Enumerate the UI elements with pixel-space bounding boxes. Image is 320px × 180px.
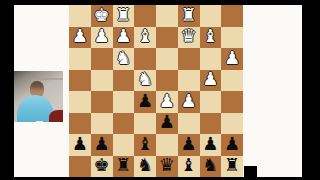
black-rook: ♜ <box>224 156 240 174</box>
square-d2 <box>156 27 178 49</box>
square-a6 <box>221 113 243 135</box>
square-a7: ♟ <box>221 134 243 156</box>
webcam-overlay <box>14 71 63 122</box>
square-h3 <box>69 48 91 70</box>
white-king: ♚ <box>94 6 110 24</box>
square-c8: ♝ <box>178 156 200 178</box>
white-bishop: ♝ <box>137 27 153 45</box>
square-f3: ♞ <box>113 48 135 70</box>
square-d3 <box>156 48 178 70</box>
square-h4 <box>69 70 91 92</box>
black-queen: ♛ <box>159 156 175 174</box>
black-rook: ♜ <box>115 156 131 174</box>
square-g8: ♚ <box>91 156 113 178</box>
square-e2: ♝ <box>134 27 156 49</box>
white-knight: ♞ <box>115 49 131 67</box>
video-frame: ♚♜♜♟♟♟♝♛♝♞♟♞♟♟♟♟♟♟♟♝♟♟♟♚♜♞♛♝♞♜ <box>0 0 320 180</box>
square-e5: ♟ <box>134 91 156 113</box>
square-e6 <box>134 113 156 135</box>
square-c3 <box>178 48 200 70</box>
black-bishop: ♝ <box>181 156 197 174</box>
square-b1 <box>200 5 222 27</box>
square-g1: ♚ <box>91 5 113 27</box>
square-d1 <box>156 5 178 27</box>
square-b7: ♟ <box>200 134 222 156</box>
square-b3 <box>200 48 222 70</box>
square-c5: ♟ <box>178 91 200 113</box>
square-c7: ♟ <box>178 134 200 156</box>
square-a8: ♜ <box>221 156 243 178</box>
square-e7: ♝ <box>134 134 156 156</box>
white-pawn: ♟ <box>94 27 110 45</box>
square-h8 <box>69 156 91 178</box>
square-f4 <box>113 70 135 92</box>
square-g5 <box>91 91 113 113</box>
black-pawn: ♟ <box>137 92 153 110</box>
black-pawn: ♟ <box>181 135 197 153</box>
black-pawn: ♟ <box>72 135 88 153</box>
square-c2: ♛ <box>178 27 200 49</box>
square-b5 <box>200 91 222 113</box>
black-king: ♚ <box>94 156 110 174</box>
square-f8: ♜ <box>113 156 135 178</box>
white-pawn: ♟ <box>181 92 197 110</box>
square-f2: ♟ <box>113 27 135 49</box>
square-d7 <box>156 134 178 156</box>
square-h7: ♟ <box>69 134 91 156</box>
square-f7 <box>113 134 135 156</box>
square-f6 <box>113 113 135 135</box>
square-a2 <box>221 27 243 49</box>
square-e3 <box>134 48 156 70</box>
white-queen: ♛ <box>181 27 197 45</box>
white-knight: ♞ <box>137 70 153 88</box>
white-pawn: ♟ <box>159 92 175 110</box>
square-a3: ♟ <box>221 48 243 70</box>
white-pawn: ♟ <box>224 49 240 67</box>
white-rook: ♜ <box>115 6 131 24</box>
letterbox-top <box>0 0 320 5</box>
square-d4 <box>156 70 178 92</box>
square-h1 <box>69 5 91 27</box>
square-b4: ♟ <box>200 70 222 92</box>
white-pawn: ♟ <box>202 70 218 88</box>
presenter-collar <box>36 121 43 122</box>
square-b8: ♞ <box>200 156 222 178</box>
square-f1: ♜ <box>113 5 135 27</box>
square-g2: ♟ <box>91 27 113 49</box>
letterbox-left <box>0 0 14 180</box>
square-e4: ♞ <box>134 70 156 92</box>
black-pawn: ♟ <box>94 135 110 153</box>
red-chair <box>49 110 63 122</box>
square-g4 <box>91 70 113 92</box>
square-c4 <box>178 70 200 92</box>
black-pawn: ♟ <box>202 135 218 153</box>
square-b6 <box>200 113 222 135</box>
square-e8: ♞ <box>134 156 156 178</box>
black-pawn: ♟ <box>224 135 240 153</box>
square-g7: ♟ <box>91 134 113 156</box>
square-d5: ♟ <box>156 91 178 113</box>
white-bishop: ♝ <box>202 27 218 45</box>
ceiling-line <box>34 78 63 80</box>
square-a5 <box>221 91 243 113</box>
square-d6: ♟ <box>156 113 178 135</box>
square-h5 <box>69 91 91 113</box>
square-h2: ♟ <box>69 27 91 49</box>
square-d8: ♛ <box>156 156 178 178</box>
square-g3 <box>91 48 113 70</box>
black-knight: ♞ <box>137 156 153 174</box>
square-f5 <box>113 91 135 113</box>
black-knight: ♞ <box>202 156 218 174</box>
white-pawn: ♟ <box>72 27 88 45</box>
chess-board: ♚♜♜♟♟♟♝♛♝♞♟♞♟♟♟♟♟♟♟♝♟♟♟♚♜♞♛♝♞♜ <box>69 5 243 177</box>
square-a4 <box>221 70 243 92</box>
square-a1 <box>221 5 243 27</box>
letterbox-bottom <box>0 177 320 180</box>
square-c1: ♜ <box>178 5 200 27</box>
white-rook: ♜ <box>181 6 197 24</box>
square-c6 <box>178 113 200 135</box>
square-g6 <box>91 113 113 135</box>
square-e1 <box>134 5 156 27</box>
square-h6 <box>69 113 91 135</box>
letterbox-right <box>302 0 320 180</box>
black-pawn: ♟ <box>159 113 175 131</box>
black-bishop: ♝ <box>137 135 153 153</box>
white-pawn: ♟ <box>115 27 131 45</box>
square-b2: ♝ <box>200 27 222 49</box>
